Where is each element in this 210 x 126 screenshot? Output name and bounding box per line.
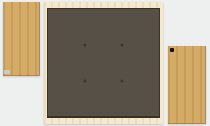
file-coordinates xyxy=(47,1,160,8)
board-grid[interactable] xyxy=(47,8,160,118)
hoshi-dot xyxy=(121,80,124,83)
shogi-app xyxy=(0,0,210,126)
hoshi-dot xyxy=(83,80,86,83)
sente-turn-indicator-icon xyxy=(170,48,174,52)
gote-turn-indicator-icon xyxy=(4,70,10,74)
hoshi-dot xyxy=(83,43,86,46)
sente-komadai xyxy=(168,46,206,124)
hoshi-dot xyxy=(121,43,124,46)
board-frame xyxy=(44,2,163,124)
gote-komadai xyxy=(3,2,40,76)
